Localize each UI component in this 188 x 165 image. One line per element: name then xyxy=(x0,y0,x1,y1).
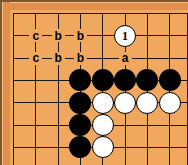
board-frame-left xyxy=(2,2,10,165)
intersection-c3-r6 xyxy=(47,114,69,136)
intersection-c7-r5 xyxy=(136,92,158,114)
point-label-b: b xyxy=(74,29,87,42)
black-stone xyxy=(136,69,158,91)
intersection-c2-r7 xyxy=(25,136,47,158)
white-stone xyxy=(92,136,114,158)
board-grid: cbb1cbba xyxy=(2,2,188,158)
intersection-c5-r4 xyxy=(92,69,114,91)
intersection-c5-r6 xyxy=(92,114,114,136)
point-label-c: c xyxy=(29,29,42,42)
intersection-c9-r5 xyxy=(181,92,188,114)
intersection-c4-r7 xyxy=(69,136,91,158)
intersection-c7-r6 xyxy=(136,114,158,136)
black-stone xyxy=(159,69,181,91)
intersection-c6-r6 xyxy=(114,114,136,136)
intersection-c8-r2 xyxy=(158,25,180,47)
intersection-c9-r3 xyxy=(181,47,188,69)
intersection-c8-r4 xyxy=(158,69,180,91)
intersection-c5-r2 xyxy=(92,25,114,47)
intersection-c6-r7 xyxy=(114,136,136,158)
black-stone xyxy=(114,69,136,91)
point-label-b: b xyxy=(52,52,65,65)
intersection-c2-r3: c xyxy=(25,47,47,69)
intersection-c6-r2: 1 xyxy=(114,25,136,47)
intersection-c9-r2 xyxy=(181,25,188,47)
intersection-c5-r5 xyxy=(92,92,114,114)
intersection-c3-r7 xyxy=(47,136,69,158)
intersection-c3-r3: b xyxy=(47,47,69,69)
intersection-c9-r6 xyxy=(181,114,188,136)
intersection-c3-r5 xyxy=(47,92,69,114)
white-stone xyxy=(92,114,114,136)
intersection-c3-r4 xyxy=(47,69,69,91)
intersection-c7-r3 xyxy=(136,47,158,69)
intersection-c8-r5 xyxy=(158,92,180,114)
intersection-c6-r5 xyxy=(114,92,136,114)
intersection-c4-r4 xyxy=(69,69,91,91)
intersection-c2-r6 xyxy=(25,114,47,136)
intersection-c4-r6 xyxy=(69,114,91,136)
board-frame-top xyxy=(0,2,188,10)
intersection-c8-r7 xyxy=(158,136,180,158)
intersection-c8-r3 xyxy=(158,47,180,69)
intersection-c4-r5 xyxy=(69,92,91,114)
intersection-c7-r7 xyxy=(136,136,158,158)
intersection-c2-r2: c xyxy=(25,25,47,47)
intersection-c9-r4 xyxy=(181,69,188,91)
white-stone xyxy=(92,92,114,114)
point-label-b: b xyxy=(52,29,65,42)
white-stone xyxy=(136,92,158,114)
intersection-c7-r4 xyxy=(136,69,158,91)
intersection-c3-r2: b xyxy=(47,25,69,47)
black-stone xyxy=(92,69,114,91)
intersection-c7-r2 xyxy=(136,25,158,47)
black-stone xyxy=(69,136,91,158)
intersection-c6-r3: a xyxy=(114,47,136,69)
intersection-c2-r5 xyxy=(25,92,47,114)
intersection-c5-r7 xyxy=(92,136,114,158)
point-label-b: b xyxy=(74,52,87,65)
black-stone xyxy=(69,114,91,136)
intersection-c5-r3 xyxy=(92,47,114,69)
intersection-c8-r6 xyxy=(158,114,180,136)
go-diagram: cbb1cbba xyxy=(0,0,188,165)
intersection-c9-r7 xyxy=(181,136,188,158)
white-stone xyxy=(114,92,136,114)
white-stone-move-1: 1 xyxy=(114,25,136,47)
intersection-c6-r4 xyxy=(114,69,136,91)
point-label-c: c xyxy=(29,52,42,65)
black-stone xyxy=(69,69,91,91)
intersection-c4-r2: b xyxy=(69,25,91,47)
move-number: 1 xyxy=(122,30,128,42)
intersection-c4-r3: b xyxy=(69,47,91,69)
point-label-a: a xyxy=(119,52,132,65)
black-stone xyxy=(69,92,91,114)
white-stone xyxy=(159,92,181,114)
intersection-c2-r4 xyxy=(25,69,47,91)
